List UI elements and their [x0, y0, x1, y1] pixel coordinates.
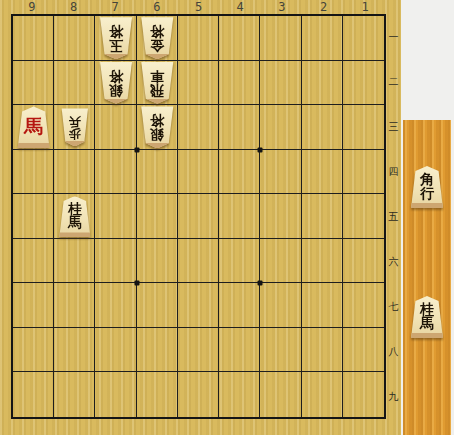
piece-text: 桂馬	[410, 296, 444, 338]
board-square[interactable]	[260, 328, 301, 373]
piece-text: 馬	[17, 106, 51, 148]
star-point	[134, 281, 139, 286]
board-square[interactable]	[343, 194, 384, 239]
file-label: 8	[53, 0, 95, 14]
board-square[interactable]	[302, 239, 343, 284]
board-square[interactable]	[54, 283, 95, 328]
shogi-piece-in-hand[interactable]: 角行	[410, 166, 444, 208]
rank-label: 二	[386, 59, 401, 104]
piece-kanji: 桂馬	[420, 302, 434, 331]
shogi-piece-gote[interactable]: 飛車	[140, 62, 174, 104]
file-label: 6	[136, 0, 178, 14]
board-square[interactable]	[219, 372, 260, 417]
rank-labels: 一二三四五六七八九	[386, 14, 401, 419]
board-square[interactable]	[13, 61, 54, 106]
piece-kanji: 角行	[420, 172, 434, 201]
board-square[interactable]	[13, 239, 54, 284]
board-square[interactable]	[54, 16, 95, 61]
board-square[interactable]	[343, 61, 384, 106]
piece-kanji: 桂馬	[68, 202, 82, 230]
board-square[interactable]	[95, 239, 136, 284]
piece-text: 銀将	[99, 62, 133, 104]
board-square[interactable]	[219, 16, 260, 61]
star-point	[258, 147, 263, 152]
board-square[interactable]	[302, 328, 343, 373]
star-point	[258, 281, 263, 286]
shogi-piece-sente[interactable]: 桂馬	[58, 196, 91, 237]
board-square[interactable]	[178, 105, 219, 150]
shogi-piece-gote[interactable]: 歩兵	[61, 108, 89, 146]
board-square[interactable]	[95, 328, 136, 373]
board-square[interactable]	[302, 283, 343, 328]
board-square[interactable]	[260, 16, 301, 61]
board-square[interactable]	[302, 16, 343, 61]
board-square[interactable]	[302, 61, 343, 106]
piece-kanji: 銀将	[109, 70, 123, 99]
shogi-piece-gote[interactable]: 銀将	[99, 62, 133, 104]
board-square[interactable]	[219, 194, 260, 239]
piece-text: 桂馬	[58, 196, 91, 237]
piece-kanji: 馬	[24, 117, 43, 136]
piece-kanji: 玉将	[109, 25, 123, 54]
file-labels: 987654321	[11, 0, 386, 14]
piece-text: 銀将	[140, 106, 174, 148]
board-square[interactable]	[219, 239, 260, 284]
board-square[interactable]	[54, 328, 95, 373]
board-square[interactable]	[13, 194, 54, 239]
captured-pieces-stand: 角行桂馬	[403, 120, 451, 435]
board-square[interactable]	[13, 150, 54, 195]
shogi-piece-sente[interactable]: 馬	[17, 106, 51, 148]
board-square[interactable]	[178, 283, 219, 328]
piece-text: 玉将	[99, 17, 133, 59]
board-square[interactable]	[137, 194, 178, 239]
board-square[interactable]	[178, 239, 219, 284]
board-square[interactable]	[137, 239, 178, 284]
rank-label: 八	[386, 329, 401, 374]
shogi-piece-gote[interactable]: 銀将	[140, 106, 174, 148]
board-square[interactable]	[343, 150, 384, 195]
board-square[interactable]	[137, 372, 178, 417]
board-square[interactable]	[260, 61, 301, 106]
board-square[interactable]	[137, 328, 178, 373]
board-square[interactable]	[95, 372, 136, 417]
board-square[interactable]	[260, 372, 301, 417]
board-square[interactable]	[219, 105, 260, 150]
file-label: 9	[11, 0, 53, 14]
rank-label: 六	[386, 239, 401, 284]
piece-kanji: 銀将	[150, 114, 164, 143]
file-label: 4	[219, 0, 261, 14]
board-square[interactable]	[178, 16, 219, 61]
rank-label: 九	[386, 374, 401, 419]
rank-label: 五	[386, 194, 401, 239]
board-square[interactable]	[343, 239, 384, 284]
piece-text: 金将	[140, 17, 174, 59]
rank-label: 七	[386, 284, 401, 329]
file-label: 7	[94, 0, 136, 14]
board-square[interactable]	[178, 150, 219, 195]
star-point	[134, 147, 139, 152]
board-square[interactable]	[13, 16, 54, 61]
board-square[interactable]	[343, 16, 384, 61]
shogi-app: 987654321 玉将金将銀将飛車馬歩兵銀将桂馬 一二三四五六七八九 角行桂馬	[0, 0, 454, 435]
board-square[interactable]	[302, 372, 343, 417]
board-square[interactable]	[54, 150, 95, 195]
rank-label: 三	[386, 104, 401, 149]
board-square[interactable]	[95, 194, 136, 239]
piece-text: 角行	[410, 166, 444, 208]
board-square[interactable]	[54, 239, 95, 284]
board-square[interactable]	[178, 328, 219, 373]
rank-label: 四	[386, 149, 401, 194]
board-square[interactable]	[54, 372, 95, 417]
board-square[interactable]	[178, 372, 219, 417]
file-label: 2	[303, 0, 345, 14]
board-square[interactable]	[137, 150, 178, 195]
board-square[interactable]	[137, 283, 178, 328]
board-square[interactable]	[260, 283, 301, 328]
file-label: 3	[261, 0, 303, 14]
board-square[interactable]	[219, 150, 260, 195]
piece-text: 飛車	[140, 62, 174, 104]
board-square[interactable]	[343, 328, 384, 373]
shogi-piece-in-hand[interactable]: 桂馬	[410, 296, 444, 338]
board-square[interactable]	[95, 150, 136, 195]
board-square[interactable]	[302, 194, 343, 239]
board-square[interactable]	[343, 105, 384, 150]
board-square[interactable]	[178, 61, 219, 106]
board-square[interactable]	[260, 194, 301, 239]
rank-label: 一	[386, 14, 401, 59]
piece-kanji: 金将	[150, 25, 164, 54]
board-square[interactable]	[343, 283, 384, 328]
board-square[interactable]	[260, 239, 301, 284]
file-label: 1	[344, 0, 386, 14]
board-square[interactable]	[54, 61, 95, 106]
shogi-board[interactable]: 玉将金将銀将飛車馬歩兵銀将桂馬	[11, 14, 386, 419]
board-square[interactable]	[260, 105, 301, 150]
board-square[interactable]	[343, 372, 384, 417]
board-square[interactable]	[302, 105, 343, 150]
board-square[interactable]	[13, 328, 54, 373]
board-square[interactable]	[95, 105, 136, 150]
file-label: 5	[178, 0, 220, 14]
board-square[interactable]	[95, 283, 136, 328]
shogi-piece-gote[interactable]: 玉将	[99, 17, 133, 59]
board-square[interactable]	[219, 61, 260, 106]
piece-kanji: 飛車	[150, 70, 164, 99]
board-square[interactable]	[302, 150, 343, 195]
piece-text: 歩兵	[61, 108, 89, 146]
shogi-piece-gote[interactable]: 金将	[140, 17, 174, 59]
board-square[interactable]	[178, 194, 219, 239]
board-square[interactable]	[260, 150, 301, 195]
board-square[interactable]	[13, 283, 54, 328]
board-square[interactable]	[219, 283, 260, 328]
board-square[interactable]	[219, 328, 260, 373]
piece-kanji: 歩兵	[69, 116, 81, 140]
board-square[interactable]	[13, 372, 54, 417]
